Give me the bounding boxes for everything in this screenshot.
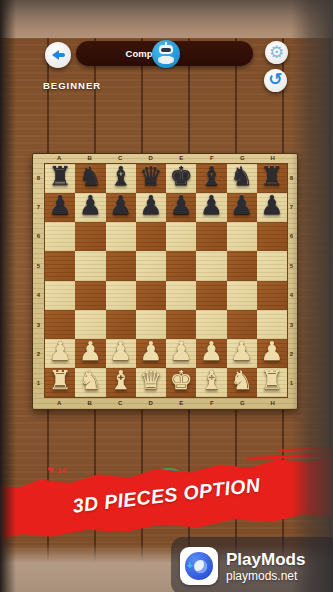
coord-label: F [197, 155, 228, 162]
white-pawn: ♟ [75, 335, 105, 367]
heart-counter: 14 [57, 466, 66, 475]
square-a2[interactable]: ♟ [45, 339, 75, 368]
coord-label: 4 [287, 281, 296, 310]
app-screen: Computer ⚙ ↺ BEGINNER ABCDEFGH ABCDEFGH … [0, 0, 333, 592]
coord-label: 8 [34, 163, 43, 192]
banner-streak [0, 530, 54, 535]
coord-label: 2 [34, 339, 43, 368]
square-b4[interactable] [75, 281, 105, 310]
plus-icon: + [187, 561, 193, 571]
square-c1[interactable]: ♝ [106, 368, 136, 397]
square-f7[interactable]: ♟ [196, 193, 226, 222]
playmods-app-icon: + [180, 547, 218, 585]
coord-label: 4 [34, 281, 43, 310]
coord-label: 1 [34, 369, 43, 398]
banner-streak [246, 453, 333, 461]
coord-label: E [166, 155, 197, 162]
white-rook: ♜ [257, 364, 287, 396]
square-a7[interactable]: ♟ [45, 193, 75, 222]
coord-label: 6 [34, 222, 43, 251]
white-bishop: ♝ [196, 364, 226, 396]
square-d5[interactable] [136, 251, 166, 280]
square-a6[interactable] [45, 222, 75, 251]
coord-label: 6 [287, 222, 296, 251]
white-pawn: ♟ [227, 335, 257, 367]
square-g7[interactable]: ♟ [227, 193, 257, 222]
coord-label: 5 [287, 251, 296, 280]
square-e8[interactable]: ♚ [166, 164, 196, 193]
square-d6[interactable] [136, 222, 166, 251]
square-a4[interactable] [45, 281, 75, 310]
banner-streak [0, 514, 72, 520]
square-h5[interactable] [257, 251, 287, 280]
back-arrow-icon [52, 50, 65, 60]
square-b3[interactable] [75, 310, 105, 339]
file-labels-top: ABCDEFGH [44, 155, 288, 162]
difficulty-label: BEGINNER [43, 80, 101, 91]
black-bishop: ♝ [196, 160, 226, 192]
robot-head [159, 45, 173, 54]
square-c3[interactable] [106, 310, 136, 339]
square-f8[interactable]: ♝ [196, 164, 226, 193]
playmods-logo-icon: + [185, 552, 213, 580]
coord-label: D [136, 155, 167, 162]
square-h3[interactable] [257, 310, 287, 339]
white-pawn: ♟ [257, 335, 287, 367]
square-d8[interactable]: ♛ [136, 164, 166, 193]
coord-label: 3 [287, 310, 296, 339]
square-a1[interactable]: ♜ [45, 368, 75, 397]
square-e7[interactable]: ♟ [166, 193, 196, 222]
black-rook: ♜ [257, 160, 287, 192]
coord-label: B [75, 400, 106, 407]
white-rook: ♜ [45, 364, 75, 396]
top-blur-band [0, 0, 333, 38]
hidden-round-button[interactable] [45, 483, 75, 509]
banner-streak [278, 446, 333, 451]
coord-label: A [44, 155, 75, 162]
square-f3[interactable] [196, 310, 226, 339]
white-pawn: ♟ [166, 335, 196, 367]
playmods-name: PlayMods [226, 550, 305, 569]
playmods-site: playmods.net [226, 569, 305, 583]
black-king: ♚ [166, 160, 196, 192]
square-c7[interactable]: ♟ [106, 193, 136, 222]
black-bishop: ♝ [106, 160, 136, 192]
square-c8[interactable]: ♝ [106, 164, 136, 193]
coord-label: B [75, 155, 106, 162]
square-b1[interactable]: ♞ [75, 368, 105, 397]
white-pawn: ♟ [106, 335, 136, 367]
coord-label: G [227, 400, 258, 407]
square-e3[interactable] [166, 310, 196, 339]
black-pawn: ♟ [75, 189, 105, 221]
white-pawn: ♟ [136, 335, 166, 367]
white-knight: ♞ [227, 364, 257, 396]
square-f5[interactable] [196, 251, 226, 280]
coord-label: 5 [34, 251, 43, 280]
black-rook: ♜ [45, 160, 75, 192]
square-e2[interactable]: ♟ [166, 339, 196, 368]
square-g3[interactable] [227, 310, 257, 339]
coord-label: 7 [34, 192, 43, 221]
square-b7[interactable]: ♟ [75, 193, 105, 222]
square-a8[interactable]: ♜ [45, 164, 75, 193]
black-pawn: ♟ [106, 189, 136, 221]
coord-label: F [197, 400, 228, 407]
square-e6[interactable] [166, 222, 196, 251]
square-c5[interactable] [106, 251, 136, 280]
square-g8[interactable]: ♞ [227, 164, 257, 193]
white-queen: ♛ [136, 364, 166, 396]
coord-label: C [105, 155, 136, 162]
coord-label: 3 [34, 310, 43, 339]
black-knight: ♞ [75, 160, 105, 192]
banner-dark-streak [0, 517, 58, 523]
settings-button[interactable]: ⚙ [265, 41, 288, 64]
square-c6[interactable] [106, 222, 136, 251]
square-b2[interactable]: ♟ [75, 339, 105, 368]
coord-label: 2 [287, 339, 296, 368]
square-h8[interactable]: ♜ [257, 164, 287, 193]
square-e5[interactable] [166, 251, 196, 280]
white-pawn: ♟ [45, 335, 75, 367]
square-h7[interactable]: ♟ [257, 193, 287, 222]
square-h6[interactable] [257, 222, 287, 251]
black-pawn: ♟ [136, 189, 166, 221]
square-b6[interactable] [75, 222, 105, 251]
gear-icon: ⚙ [269, 44, 284, 61]
coord-label: 1 [287, 369, 296, 398]
robot-visor [161, 48, 171, 52]
square-g1[interactable]: ♞ [227, 368, 257, 397]
coord-label: C [105, 400, 136, 407]
square-f4[interactable] [196, 281, 226, 310]
square-e4[interactable] [166, 281, 196, 310]
opponent-name: Computer [84, 41, 212, 66]
square-d7[interactable]: ♟ [136, 193, 166, 222]
square-g4[interactable] [227, 281, 257, 310]
coord-label: E [166, 400, 197, 407]
square-h4[interactable] [257, 281, 287, 310]
robot-avatar-icon [152, 40, 180, 68]
black-pawn: ♟ [257, 189, 287, 221]
coord-label: 7 [287, 192, 296, 221]
file-labels-bottom: ABCDEFGH [44, 400, 288, 407]
square-f1[interactable]: ♝ [196, 368, 226, 397]
hidden-green-card[interactable] [78, 481, 148, 507]
square-h2[interactable]: ♟ [257, 339, 287, 368]
banner-dark-streak [8, 527, 48, 531]
playmods-watermark[interactable]: + PlayMods playmods.net [171, 537, 333, 592]
restart-icon: ↺ [268, 71, 282, 88]
coord-label: G [227, 155, 258, 162]
square-c4[interactable] [106, 281, 136, 310]
square-g5[interactable] [227, 251, 257, 280]
black-pawn: ♟ [166, 189, 196, 221]
square-f6[interactable] [196, 222, 226, 251]
square-h1[interactable]: ♜ [257, 368, 287, 397]
left-vignette [0, 0, 16, 592]
heart-icon: ♥ [47, 466, 54, 475]
black-knight: ♞ [227, 160, 257, 192]
square-d3[interactable] [136, 310, 166, 339]
board-squares: ♜♞♝♛♚♝♞♜♟♟♟♟♟♟♟♟♟♟♟♟♟♟♟♟♜♞♝♛♚♝♞♜ [44, 163, 288, 398]
square-d2[interactable]: ♟ [136, 339, 166, 368]
square-b5[interactable] [75, 251, 105, 280]
square-a5[interactable] [45, 251, 75, 280]
chess-board: ABCDEFGH ABCDEFGH 87654321 87654321 ♜♞♝♛… [32, 153, 298, 410]
hidden-green-button[interactable] [155, 468, 183, 480]
square-d4[interactable] [136, 281, 166, 310]
banner-shadow [0, 509, 92, 530]
robot-body [160, 56, 172, 64]
black-queen: ♛ [136, 160, 166, 192]
coord-label: 8 [287, 163, 296, 192]
white-pawn: ♟ [196, 335, 226, 367]
coord-label: H [258, 400, 289, 407]
restart-button[interactable]: ↺ [264, 69, 287, 92]
square-b8[interactable]: ♞ [75, 164, 105, 193]
rank-labels-right: 87654321 [287, 163, 296, 398]
black-pawn: ♟ [196, 189, 226, 221]
banner-streak [4, 521, 120, 530]
square-c2[interactable]: ♟ [106, 339, 136, 368]
square-f2[interactable]: ♟ [196, 339, 226, 368]
coord-label: D [136, 400, 167, 407]
black-pawn: ♟ [45, 189, 75, 221]
white-knight: ♞ [75, 364, 105, 396]
back-button[interactable] [45, 42, 71, 68]
rank-labels-left: 87654321 [34, 163, 43, 398]
square-g2[interactable]: ♟ [227, 339, 257, 368]
coord-label: H [258, 155, 289, 162]
white-king: ♚ [166, 364, 196, 396]
square-a3[interactable] [45, 310, 75, 339]
square-e1[interactable]: ♚ [166, 368, 196, 397]
black-pawn: ♟ [227, 189, 257, 221]
square-d1[interactable]: ♛ [136, 368, 166, 397]
white-bishop: ♝ [106, 364, 136, 396]
coord-label: A [44, 400, 75, 407]
square-g6[interactable] [227, 222, 257, 251]
